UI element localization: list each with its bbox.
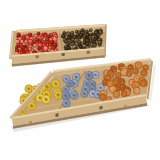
- token-highlight: [20, 44, 21, 45]
- token-highlight: [17, 34, 19, 36]
- token-speckle: [120, 81, 121, 82]
- token-highlight: [90, 39, 91, 40]
- token-speckle: [136, 65, 137, 66]
- token-orange: [133, 68, 139, 74]
- token-speckle: [131, 66, 132, 67]
- token-orange: [135, 62, 142, 69]
- token-highlight: [39, 44, 41, 46]
- token-highlight: [75, 47, 76, 48]
- front-tray-divider-tab-notch: [100, 106, 103, 110]
- token-highlight: [80, 34, 82, 36]
- token-highlight: [86, 34, 88, 36]
- front-tray-divider-tab-notch: [56, 113, 59, 117]
- token-highlight: [38, 47, 39, 48]
- product-photo: [0, 0, 160, 160]
- token-highlight: [99, 31, 100, 32]
- token-speckle: [121, 86, 122, 87]
- token-speckle: [135, 90, 136, 91]
- token-orange: [113, 91, 120, 98]
- token-speckle: [123, 93, 124, 94]
- token-red: [43, 46, 48, 51]
- back-tray-joint-notch: [87, 51, 90, 54]
- token-dark-brown: [71, 42, 75, 46]
- token-highlight: [29, 40, 31, 42]
- token-highlight: [31, 49, 32, 50]
- back-tray-right-edge: [105, 25, 106, 57]
- token-speckle: [143, 73, 144, 74]
- token-highlight: [76, 31, 77, 32]
- token-highlight: [15, 52, 17, 54]
- token-highlight: [38, 33, 39, 34]
- token-highlight: [78, 31, 79, 32]
- token-highlight: [26, 44, 27, 45]
- token-speckle: [134, 70, 135, 71]
- token-highlight: [21, 52, 23, 54]
- token-highlight: [49, 46, 50, 47]
- token-highlight: [86, 31, 87, 32]
- token-dark-brown: [78, 36, 81, 39]
- token-highlight: [30, 37, 31, 38]
- token-orange: [133, 87, 140, 94]
- token-highlight: [65, 48, 66, 49]
- token-highlight: [44, 46, 46, 48]
- token-speckle: [107, 100, 108, 101]
- token-highlight: [63, 32, 64, 33]
- token-dark-brown: [93, 38, 97, 42]
- token-dark-brown: [92, 43, 96, 47]
- token-highlight: [98, 41, 99, 42]
- token-speckle: [135, 85, 136, 86]
- token-speckle: [124, 93, 125, 94]
- token-speckle: [112, 70, 113, 71]
- token-speckle: [122, 70, 123, 71]
- token-speckle: [122, 87, 123, 88]
- token-speckle: [116, 94, 117, 95]
- token-highlight: [25, 40, 26, 41]
- token-highlight: [89, 36, 90, 37]
- token-highlight: [91, 44, 93, 46]
- token-highlight: [37, 36, 39, 38]
- token-highlight: [68, 36, 70, 38]
- token-highlight: [42, 34, 43, 35]
- token-dark-brown: [98, 43, 101, 46]
- token-speckle: [123, 71, 124, 72]
- token-highlight: [83, 41, 84, 42]
- token-highlight: [37, 39, 38, 40]
- token-speckle: [145, 82, 146, 83]
- token-highlight: [51, 50, 52, 51]
- token-highlight: [95, 31, 97, 33]
- token-highlight: [86, 43, 87, 44]
- token-speckle: [117, 76, 118, 77]
- token-highlight: [33, 51, 35, 53]
- token-speckle: [145, 67, 146, 68]
- token-highlight: [71, 34, 72, 35]
- token-speckle: [138, 89, 139, 90]
- token-dark-brown: [89, 29, 92, 32]
- back-tray-joint-notch: [36, 55, 39, 58]
- token-highlight: [75, 39, 77, 41]
- token-highlight: [48, 35, 49, 36]
- token-speckle: [128, 74, 129, 75]
- token-highlight: [25, 48, 27, 50]
- token-highlight: [99, 44, 100, 45]
- token-speckle: [107, 77, 108, 78]
- token-speckle: [115, 70, 116, 71]
- token-red: [37, 47, 41, 51]
- token-speckle: [109, 82, 110, 83]
- token-highlight: [90, 29, 91, 30]
- token-highlight: [38, 41, 40, 43]
- token-highlight: [95, 36, 97, 38]
- token-speckle: [143, 84, 144, 85]
- token-highlight: [44, 35, 45, 36]
- token-highlight: [93, 38, 94, 39]
- token-dark-brown: [61, 34, 65, 38]
- token-highlight: [21, 49, 22, 50]
- token-speckle: [136, 80, 137, 81]
- token-speckle: [130, 74, 131, 75]
- token-highlight: [62, 35, 63, 36]
- token-highlight: [54, 44, 56, 46]
- token-highlight: [15, 46, 16, 47]
- token-highlight: [39, 51, 40, 52]
- token-highlight: [27, 51, 28, 52]
- token-highlight: [55, 42, 56, 43]
- back-tray-joint-notch: [62, 53, 65, 56]
- token-speckle: [108, 99, 109, 100]
- trays-scene: [0, 0, 160, 160]
- token-highlight: [29, 45, 30, 46]
- token-highlight: [65, 46, 66, 47]
- token-speckle: [104, 81, 105, 82]
- token-highlight: [77, 34, 78, 35]
- token-speckle: [105, 74, 106, 75]
- token-speckle: [101, 97, 102, 98]
- token-highlight: [46, 51, 47, 52]
- token-highlight: [55, 49, 56, 50]
- token-highlight: [84, 37, 85, 38]
- token-highlight: [71, 48, 72, 49]
- token-speckle: [116, 88, 117, 89]
- token-highlight: [65, 40, 66, 41]
- token-dark-brown: [64, 40, 68, 44]
- token-speckle: [135, 72, 136, 73]
- token-speckle: [137, 84, 138, 85]
- token-highlight: [18, 38, 20, 40]
- token-highlight: [21, 40, 22, 41]
- token-speckle: [129, 67, 130, 68]
- token-highlight: [22, 35, 23, 36]
- token-speckle: [104, 92, 105, 93]
- token-highlight: [98, 39, 100, 41]
- token-highlight: [71, 43, 72, 44]
- token-orange: [128, 64, 134, 70]
- token-highlight: [16, 40, 18, 42]
- token-highlight: [83, 47, 84, 48]
- token-highlight: [72, 38, 73, 39]
- token-speckle: [114, 90, 115, 91]
- token-speckle: [120, 67, 121, 68]
- token-highlight: [46, 41, 47, 42]
- token-highlight: [93, 44, 94, 45]
- token-speckle: [145, 68, 146, 69]
- token-highlight: [79, 36, 80, 37]
- token-highlight: [30, 43, 31, 44]
- token-highlight: [53, 47, 54, 48]
- token-highlight: [75, 42, 77, 44]
- token-highlight: [46, 39, 47, 40]
- token-speckle: [111, 88, 112, 89]
- token-highlight: [67, 32, 69, 34]
- token-highlight: [16, 49, 17, 50]
- token-red: [44, 34, 47, 37]
- token-speckle: [139, 79, 140, 80]
- token-highlight: [81, 29, 82, 30]
- token-red: [33, 44, 37, 48]
- token-speckle: [109, 84, 110, 85]
- token-highlight: [47, 44, 48, 45]
- token-orange: [140, 80, 147, 87]
- token-highlight: [91, 33, 92, 34]
- token-highlight: [51, 41, 52, 42]
- token-speckle: [122, 82, 123, 83]
- token-highlight: [53, 37, 55, 39]
- token-highlight: [73, 36, 75, 38]
- token-highlight: [29, 34, 30, 35]
- token-highlight: [43, 44, 45, 46]
- token-speckle: [114, 82, 115, 83]
- token-orange: [99, 94, 106, 101]
- token-highlight: [80, 45, 81, 46]
- token-highlight: [71, 32, 72, 33]
- token-highlight: [26, 36, 27, 37]
- token-orange: [115, 73, 121, 79]
- token-red: [48, 46, 52, 50]
- token-speckle: [131, 82, 132, 83]
- token-highlight: [23, 38, 24, 39]
- token-speckle: [136, 78, 137, 79]
- token-red: [24, 40, 28, 44]
- token-speckle: [117, 74, 118, 75]
- token-highlight: [49, 44, 51, 46]
- token-highlight: [34, 44, 35, 45]
- token-highlight: [21, 46, 23, 48]
- token-speckle: [114, 81, 115, 82]
- token-highlight: [34, 40, 35, 41]
- token-highlight: [54, 35, 56, 37]
- token-speckle: [111, 75, 112, 76]
- token-speckle: [105, 73, 106, 74]
- token-orange: [126, 71, 132, 77]
